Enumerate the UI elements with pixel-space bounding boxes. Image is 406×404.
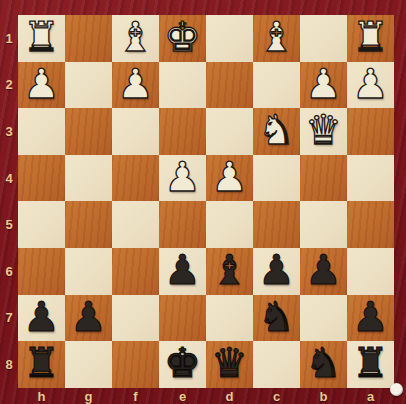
file-label-g: g (65, 388, 112, 404)
rank-labels: 12345678 (0, 15, 18, 388)
rank-label-2: 2 (0, 62, 18, 109)
square-e5[interactable] (159, 201, 206, 248)
black-pawn-icon: ♟ (70, 294, 107, 340)
white-knight-icon: ♞ (258, 107, 295, 153)
square-b7[interactable] (300, 295, 347, 342)
square-a1[interactable]: ♜ (347, 15, 394, 62)
rank-label-6: 6 (0, 248, 18, 295)
square-a8[interactable]: ♜ (347, 341, 394, 388)
square-f2[interactable]: ♟ (112, 62, 159, 109)
black-bishop-icon: ♝ (211, 247, 248, 293)
square-e3[interactable] (159, 108, 206, 155)
black-knight-icon: ♞ (258, 294, 295, 340)
square-b8[interactable]: ♞ (300, 341, 347, 388)
square-f5[interactable] (112, 201, 159, 248)
square-f8[interactable] (112, 341, 159, 388)
square-e8[interactable]: ♚ (159, 341, 206, 388)
square-b6[interactable]: ♟ (300, 248, 347, 295)
square-c7[interactable]: ♞ (253, 295, 300, 342)
square-h7[interactable]: ♟ (18, 295, 65, 342)
black-pawn-icon: ♟ (258, 247, 295, 293)
square-g8[interactable] (65, 341, 112, 388)
square-e7[interactable] (159, 295, 206, 342)
white-pawn-icon: ♟ (352, 61, 389, 107)
black-pawn-icon: ♟ (352, 294, 389, 340)
square-d4[interactable]: ♟ (206, 155, 253, 202)
black-pawn-icon: ♟ (305, 247, 342, 293)
rank-label-7: 7 (0, 295, 18, 342)
white-pawn-icon: ♟ (164, 154, 201, 200)
square-f1[interactable]: ♝ (112, 15, 159, 62)
black-pawn-icon: ♟ (164, 247, 201, 293)
square-c4[interactable] (253, 155, 300, 202)
square-c3[interactable]: ♞ (253, 108, 300, 155)
square-h5[interactable] (18, 201, 65, 248)
square-b4[interactable] (300, 155, 347, 202)
square-d6[interactable]: ♝ (206, 248, 253, 295)
white-bishop-icon: ♝ (258, 14, 295, 60)
square-h3[interactable] (18, 108, 65, 155)
square-h8[interactable]: ♜ (18, 341, 65, 388)
chess-board: ♜♝♚♝♜♟♟♟♟♞♛♟♟♟♝♟♟♟♟♞♟♜♚♛♞♜ (18, 15, 394, 388)
square-g2[interactable] (65, 62, 112, 109)
square-h4[interactable] (18, 155, 65, 202)
square-d2[interactable] (206, 62, 253, 109)
white-pawn-icon: ♟ (117, 61, 154, 107)
square-d3[interactable] (206, 108, 253, 155)
square-c6[interactable]: ♟ (253, 248, 300, 295)
white-pawn-icon: ♟ (305, 61, 342, 107)
square-e2[interactable] (159, 62, 206, 109)
square-a4[interactable] (347, 155, 394, 202)
square-f6[interactable] (112, 248, 159, 295)
square-a6[interactable] (347, 248, 394, 295)
file-labels: hgfedcba (18, 388, 394, 404)
square-f7[interactable] (112, 295, 159, 342)
black-queen-icon: ♛ (211, 340, 248, 386)
black-rook-icon: ♜ (23, 340, 60, 386)
black-knight-icon: ♞ (305, 340, 342, 386)
square-h1[interactable]: ♜ (18, 15, 65, 62)
file-label-f: f (112, 388, 159, 404)
black-rook-icon: ♜ (352, 340, 389, 386)
square-c2[interactable] (253, 62, 300, 109)
square-d5[interactable] (206, 201, 253, 248)
square-g7[interactable]: ♟ (65, 295, 112, 342)
square-a2[interactable]: ♟ (347, 62, 394, 109)
file-label-e: e (159, 388, 206, 404)
white-pawn-icon: ♟ (211, 154, 248, 200)
white-rook-icon: ♜ (352, 14, 389, 60)
file-label-d: d (206, 388, 253, 404)
white-rook-icon: ♜ (23, 14, 60, 60)
rank-label-4: 4 (0, 155, 18, 202)
square-e4[interactable]: ♟ (159, 155, 206, 202)
square-c8[interactable] (253, 341, 300, 388)
square-d7[interactable] (206, 295, 253, 342)
square-a7[interactable]: ♟ (347, 295, 394, 342)
square-b1[interactable] (300, 15, 347, 62)
black-pawn-icon: ♟ (23, 294, 60, 340)
white-bishop-icon: ♝ (117, 14, 154, 60)
white-to-move-indicator (390, 383, 403, 396)
file-label-a: a (347, 388, 394, 404)
square-f4[interactable] (112, 155, 159, 202)
square-g6[interactable] (65, 248, 112, 295)
square-b5[interactable] (300, 201, 347, 248)
square-h2[interactable]: ♟ (18, 62, 65, 109)
square-d1[interactable] (206, 15, 253, 62)
square-g5[interactable] (65, 201, 112, 248)
square-f3[interactable] (112, 108, 159, 155)
rank-label-8: 8 (0, 341, 18, 388)
square-g3[interactable] (65, 108, 112, 155)
chess-board-widget: ♜♝♚♝♜♟♟♟♟♞♛♟♟♟♝♟♟♟♟♞♟♜♚♛♞♜ 12345678 hgfe… (0, 0, 406, 404)
square-e1[interactable]: ♚ (159, 15, 206, 62)
white-queen-icon: ♛ (305, 107, 342, 153)
file-label-h: h (18, 388, 65, 404)
file-label-c: c (253, 388, 300, 404)
square-c1[interactable]: ♝ (253, 15, 300, 62)
square-e6[interactable]: ♟ (159, 248, 206, 295)
square-g1[interactable] (65, 15, 112, 62)
square-d8[interactable]: ♛ (206, 341, 253, 388)
black-king-icon: ♚ (164, 340, 201, 386)
rank-label-5: 5 (0, 201, 18, 248)
square-c5[interactable] (253, 201, 300, 248)
square-b3[interactable]: ♛ (300, 108, 347, 155)
square-b2[interactable]: ♟ (300, 62, 347, 109)
white-king-icon: ♚ (164, 14, 201, 60)
square-a3[interactable] (347, 108, 394, 155)
white-pawn-icon: ♟ (23, 61, 60, 107)
rank-label-1: 1 (0, 15, 18, 62)
square-a5[interactable] (347, 201, 394, 248)
square-h6[interactable] (18, 248, 65, 295)
file-label-b: b (300, 388, 347, 404)
square-g4[interactable] (65, 155, 112, 202)
rank-label-3: 3 (0, 108, 18, 155)
